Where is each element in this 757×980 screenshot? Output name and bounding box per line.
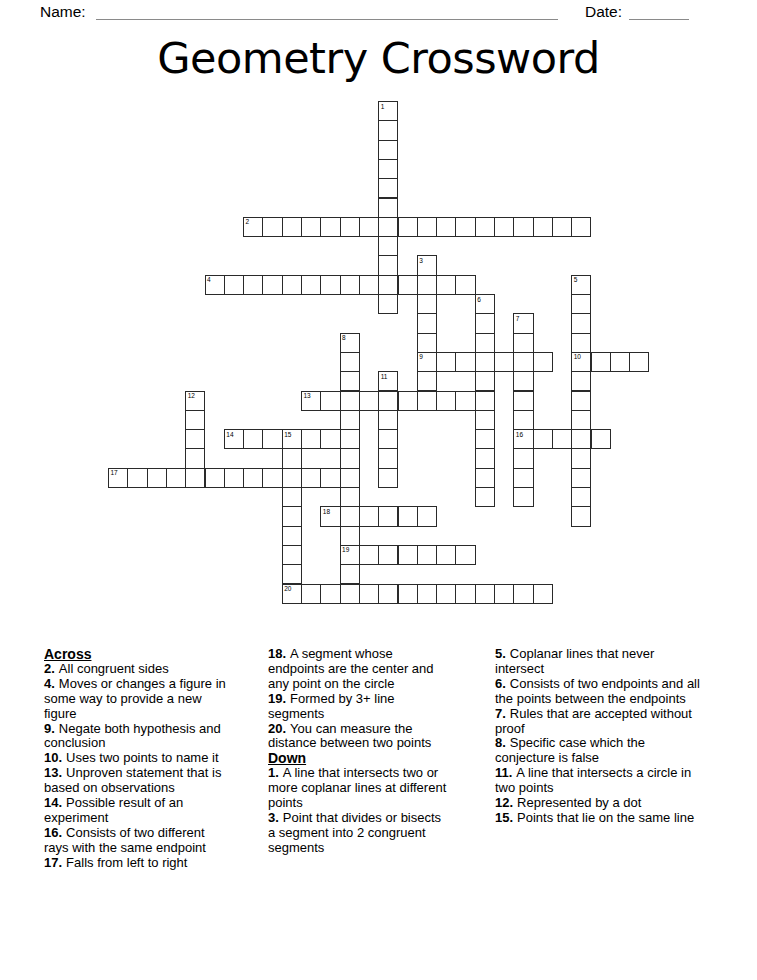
cell-number: 5 bbox=[574, 276, 578, 283]
grid-cell[interactable]: 2 bbox=[243, 217, 263, 237]
worksheet-page: Name: Date: Geometry Crossword 123456789… bbox=[0, 0, 757, 980]
grid-cell[interactable] bbox=[340, 391, 360, 411]
grid-cell[interactable] bbox=[417, 294, 437, 314]
cell-number: 6 bbox=[477, 296, 481, 303]
cell-number: 7 bbox=[516, 315, 520, 322]
grid-cell[interactable] bbox=[243, 429, 263, 449]
grid-cell[interactable] bbox=[262, 429, 282, 449]
grid-cell[interactable] bbox=[340, 410, 360, 430]
clue-number: 12. bbox=[495, 795, 513, 810]
grid-cell[interactable] bbox=[571, 313, 591, 333]
grid-cell[interactable]: 11 bbox=[378, 371, 398, 391]
grid-cell[interactable] bbox=[301, 429, 321, 449]
clue-6-down: 6.Consists of two endpoints and all the … bbox=[495, 677, 707, 707]
grid-cell[interactable] bbox=[571, 391, 591, 411]
clue-text: Point that divides or bisects a segment … bbox=[268, 810, 441, 855]
date-blank-line[interactable] bbox=[629, 4, 689, 20]
grid-cell[interactable] bbox=[359, 275, 379, 295]
clue-12-down: 12.Represented by a dot bbox=[495, 796, 707, 811]
grid-cell[interactable] bbox=[320, 584, 340, 604]
grid-cell[interactable] bbox=[513, 487, 533, 507]
grid-cell[interactable] bbox=[378, 506, 398, 526]
grid-cell[interactable] bbox=[398, 391, 418, 411]
grid-cell[interactable] bbox=[513, 352, 533, 372]
grid-cell[interactable] bbox=[475, 391, 495, 411]
grid-cell[interactable] bbox=[282, 506, 302, 526]
clue-17-across: 17.Falls from left to right bbox=[44, 856, 228, 871]
date-label: Date: bbox=[585, 3, 622, 21]
grid-cell[interactable] bbox=[359, 545, 379, 565]
grid-cell[interactable] bbox=[552, 429, 572, 449]
grid-cell[interactable] bbox=[436, 352, 456, 372]
clue-text: Moves or changes a figure in some way to… bbox=[44, 676, 226, 721]
cell-number: 13 bbox=[304, 392, 311, 399]
grid-cell[interactable]: 16 bbox=[513, 429, 533, 449]
clue-7-down: 7.Rules that are accepted without proof bbox=[495, 707, 707, 737]
cell-number: 14 bbox=[226, 431, 233, 438]
clue-text: You can measure the distance between two… bbox=[268, 721, 431, 751]
clue-number: 19. bbox=[268, 691, 286, 706]
grid-cell[interactable]: 6 bbox=[475, 294, 495, 314]
grid-cell[interactable] bbox=[262, 468, 282, 488]
grid-cell[interactable] bbox=[378, 159, 398, 179]
grid-cell[interactable] bbox=[475, 468, 495, 488]
grid-cell[interactable] bbox=[378, 410, 398, 430]
clue-number: 17. bbox=[44, 855, 62, 870]
grid-cell[interactable] bbox=[378, 255, 398, 275]
grid-cell[interactable] bbox=[127, 468, 147, 488]
grid-cell[interactable] bbox=[417, 584, 437, 604]
grid-cell[interactable] bbox=[320, 468, 340, 488]
grid-cell[interactable] bbox=[475, 313, 495, 333]
grid-cell[interactable] bbox=[475, 217, 495, 237]
grid-cell[interactable] bbox=[571, 333, 591, 353]
grid-cell[interactable] bbox=[436, 545, 456, 565]
clue-text: All congruent sides bbox=[59, 661, 169, 676]
grid-cell[interactable]: 1 bbox=[378, 101, 398, 121]
grid-cell[interactable] bbox=[282, 217, 302, 237]
grid-cell[interactable] bbox=[320, 217, 340, 237]
clues-column-3: 5.Coplanar lines that never intersect 6.… bbox=[495, 647, 707, 826]
grid-cell[interactable] bbox=[610, 352, 630, 372]
grid-cell[interactable] bbox=[417, 275, 437, 295]
grid-cell[interactable] bbox=[378, 468, 398, 488]
grid-cell[interactable] bbox=[436, 391, 456, 411]
grid-cell[interactable] bbox=[417, 545, 437, 565]
grid-cell[interactable] bbox=[436, 584, 456, 604]
clue-11-down: 11.A line that intersects a circle in tw… bbox=[495, 766, 707, 796]
grid-cell[interactable]: 12 bbox=[185, 391, 205, 411]
cell-number: 18 bbox=[323, 508, 330, 515]
grid-cell[interactable] bbox=[417, 506, 437, 526]
clue-text: Negate both hypothesis and conclusion bbox=[44, 721, 221, 751]
grid-cell[interactable] bbox=[378, 429, 398, 449]
clues-column-2: 18.A segment whose endpoints are the cen… bbox=[268, 647, 450, 856]
grid-cell[interactable]: 7 bbox=[513, 313, 533, 333]
grid-cell[interactable] bbox=[494, 217, 514, 237]
clue-number: 5. bbox=[495, 646, 506, 661]
grid-cell[interactable] bbox=[224, 275, 244, 295]
grid-cell[interactable] bbox=[417, 333, 437, 353]
clues-column-1: Across 2.All congruent sides 4.Moves or … bbox=[44, 647, 228, 871]
grid-cell[interactable] bbox=[378, 545, 398, 565]
across-header: Across bbox=[44, 647, 228, 662]
grid-cell[interactable]: 18 bbox=[320, 506, 340, 526]
grid-cell[interactable] bbox=[340, 371, 360, 391]
clue-number: 2. bbox=[44, 661, 55, 676]
cell-number: 11 bbox=[381, 373, 388, 380]
cell-number: 20 bbox=[284, 585, 291, 592]
clue-19-across: 19.Formed by 3+ line segments bbox=[268, 692, 450, 722]
grid-cell[interactable] bbox=[571, 410, 591, 430]
clue-3-down: 3.Point that divides or bisects a segmen… bbox=[268, 811, 450, 856]
grid-cell[interactable] bbox=[340, 468, 360, 488]
grid-cell[interactable] bbox=[378, 140, 398, 160]
grid-cell[interactable] bbox=[262, 275, 282, 295]
grid-cell[interactable] bbox=[591, 429, 611, 449]
grid-cell[interactable] bbox=[552, 217, 572, 237]
grid-cell[interactable] bbox=[455, 352, 475, 372]
grid-cell[interactable] bbox=[475, 352, 495, 372]
clue-10-across: 10.Uses two points to name it bbox=[44, 751, 228, 766]
grid-cell[interactable] bbox=[475, 448, 495, 468]
grid-cell[interactable] bbox=[301, 275, 321, 295]
grid-cell[interactable]: 3 bbox=[417, 255, 437, 275]
grid-cell[interactable]: 15 bbox=[282, 429, 302, 449]
grid-cell[interactable] bbox=[475, 333, 495, 353]
grid-cell[interactable]: 9 bbox=[417, 352, 437, 372]
clue-number: 7. bbox=[495, 706, 506, 721]
clue-text: A segment whose endpoints are the center… bbox=[268, 646, 434, 691]
grid-cell[interactable] bbox=[398, 506, 418, 526]
grid-cell[interactable] bbox=[571, 487, 591, 507]
grid-cell[interactable] bbox=[262, 217, 282, 237]
grid-cell[interactable] bbox=[185, 410, 205, 430]
clue-9-across: 9.Negate both hypothesis and conclusion bbox=[44, 722, 228, 752]
down-header: Down bbox=[268, 751, 450, 766]
grid-cell[interactable]: 14 bbox=[224, 429, 244, 449]
grid-cell[interactable]: 8 bbox=[340, 333, 360, 353]
grid-cell[interactable] bbox=[340, 352, 360, 372]
cell-number: 10 bbox=[574, 353, 581, 360]
grid-cell[interactable] bbox=[398, 584, 418, 604]
grid-cell[interactable] bbox=[359, 391, 379, 411]
grid-cell[interactable] bbox=[513, 371, 533, 391]
clue-number: 9. bbox=[44, 721, 55, 736]
grid-cell[interactable] bbox=[513, 468, 533, 488]
clue-18-across: 18.A segment whose endpoints are the cen… bbox=[268, 647, 450, 692]
cell-number: 12 bbox=[188, 392, 195, 399]
grid-cell[interactable] bbox=[147, 468, 167, 488]
clue-text: Consists of two different rays with the … bbox=[44, 825, 206, 855]
grid-cell[interactable] bbox=[340, 487, 360, 507]
clue-number: 15. bbox=[495, 810, 513, 825]
grid-cell[interactable] bbox=[282, 487, 302, 507]
grid-cell[interactable] bbox=[455, 391, 475, 411]
clue-8-down: 8.Specific case which the conjecture is … bbox=[495, 736, 707, 766]
clue-text: A line that intersects a circle in two p… bbox=[495, 765, 691, 795]
grid-cell[interactable] bbox=[571, 294, 591, 314]
grid-cell[interactable] bbox=[455, 545, 475, 565]
grid-cell[interactable]: 20 bbox=[282, 584, 302, 604]
grid-cell[interactable] bbox=[417, 371, 437, 391]
clue-5-down: 5.Coplanar lines that never intersect bbox=[495, 647, 707, 677]
grid-cell[interactable] bbox=[378, 275, 398, 295]
grid-cell[interactable] bbox=[513, 333, 533, 353]
grid-cell[interactable] bbox=[398, 545, 418, 565]
grid-cell[interactable] bbox=[301, 584, 321, 604]
clue-number: 16. bbox=[44, 825, 62, 840]
grid-cell[interactable] bbox=[340, 506, 360, 526]
crossword-grid: 1234567891011121314151617181920 bbox=[108, 101, 649, 604]
grid-cell[interactable] bbox=[378, 584, 398, 604]
grid-cell[interactable] bbox=[571, 448, 591, 468]
clue-text: Unproven statement that is based on obse… bbox=[44, 765, 221, 795]
grid-cell[interactable] bbox=[533, 217, 553, 237]
grid-cell[interactable] bbox=[282, 448, 302, 468]
grid-cell[interactable] bbox=[436, 275, 456, 295]
grid-cell[interactable] bbox=[340, 448, 360, 468]
grid-cell[interactable] bbox=[494, 352, 514, 372]
grid-cell[interactable] bbox=[378, 294, 398, 314]
clue-text: A line that intersects two or more copla… bbox=[268, 765, 446, 810]
clue-number: 14. bbox=[44, 795, 62, 810]
grid-cell[interactable] bbox=[243, 468, 263, 488]
grid-cell[interactable] bbox=[359, 584, 379, 604]
clue-number: 8. bbox=[495, 735, 506, 750]
cell-number: 3 bbox=[419, 257, 423, 264]
grid-cell[interactable] bbox=[571, 429, 591, 449]
page-title: Geometry Crossword bbox=[0, 33, 757, 83]
grid-cell[interactable] bbox=[513, 448, 533, 468]
grid-cell[interactable]: 17 bbox=[108, 468, 128, 488]
grid-cell[interactable] bbox=[513, 584, 533, 604]
grid-cell[interactable] bbox=[301, 217, 321, 237]
cell-number: 16 bbox=[516, 431, 523, 438]
grid-cell[interactable]: 10 bbox=[571, 352, 591, 372]
grid-cell[interactable] bbox=[455, 217, 475, 237]
grid-cell[interactable] bbox=[340, 217, 360, 237]
grid-cell[interactable]: 13 bbox=[301, 391, 321, 411]
grid-cell[interactable] bbox=[417, 217, 437, 237]
grid-cell[interactable]: 19 bbox=[340, 545, 360, 565]
clue-number: 3. bbox=[268, 810, 279, 825]
grid-cell[interactable] bbox=[340, 584, 360, 604]
grid-cell[interactable] bbox=[629, 352, 649, 372]
grid-cell[interactable] bbox=[513, 217, 533, 237]
grid-cell[interactable] bbox=[571, 468, 591, 488]
grid-cell[interactable] bbox=[243, 275, 263, 295]
clue-number: 18. bbox=[268, 646, 286, 661]
grid-cell[interactable] bbox=[533, 584, 553, 604]
cell-number: 17 bbox=[111, 469, 118, 476]
clue-4-across: 4.Moves or changes a figure in some way … bbox=[44, 677, 228, 722]
clue-text: Formed by 3+ line segments bbox=[268, 691, 395, 721]
grid-cell[interactable] bbox=[417, 313, 437, 333]
clue-text: Possible result of an experiment bbox=[44, 795, 183, 825]
clue-text: Coplanar lines that never intersect bbox=[495, 646, 654, 676]
grid-cell[interactable] bbox=[591, 352, 611, 372]
grid-cell[interactable] bbox=[282, 526, 302, 546]
clue-text: Falls from left to right bbox=[66, 855, 187, 870]
grid-cell[interactable] bbox=[166, 468, 186, 488]
grid-cell[interactable] bbox=[378, 217, 398, 237]
grid-cell[interactable] bbox=[417, 391, 437, 411]
cell-number: 2 bbox=[246, 218, 250, 225]
grid-cell[interactable] bbox=[378, 391, 398, 411]
clue-text: Specific case which the conjecture is fa… bbox=[495, 735, 645, 765]
grid-cell[interactable] bbox=[475, 584, 495, 604]
name-label: Name: bbox=[40, 3, 86, 21]
clue-number: 4. bbox=[44, 676, 55, 691]
grid-cell[interactable] bbox=[513, 410, 533, 430]
grid-cell[interactable] bbox=[378, 120, 398, 140]
grid-cell[interactable] bbox=[571, 371, 591, 391]
cell-number: 8 bbox=[342, 334, 346, 341]
grid-cell[interactable] bbox=[282, 564, 302, 584]
grid-cell[interactable] bbox=[513, 391, 533, 411]
cell-number: 19 bbox=[342, 546, 349, 553]
clue-number: 13. bbox=[44, 765, 62, 780]
grid-cell[interactable] bbox=[320, 275, 340, 295]
grid-cell[interactable] bbox=[475, 371, 495, 391]
clue-text: Uses two points to name it bbox=[66, 750, 218, 765]
clue-number: 1. bbox=[268, 765, 279, 780]
cell-number: 9 bbox=[419, 353, 423, 360]
cell-number: 4 bbox=[207, 276, 211, 283]
grid-cell[interactable] bbox=[224, 468, 244, 488]
grid-cell[interactable] bbox=[378, 198, 398, 218]
grid-cell[interactable] bbox=[340, 275, 360, 295]
grid-cell[interactable]: 4 bbox=[205, 275, 225, 295]
grid-cell[interactable]: 5 bbox=[571, 275, 591, 295]
grid-cell[interactable] bbox=[301, 468, 321, 488]
clue-13-across: 13.Unproven statement that is based on o… bbox=[44, 766, 228, 796]
grid-cell[interactable] bbox=[494, 584, 514, 604]
grid-cell[interactable] bbox=[359, 506, 379, 526]
clue-1-down: 1.A line that intersects two or more cop… bbox=[268, 766, 450, 811]
clue-number: 20. bbox=[268, 721, 286, 736]
grid-cell[interactable] bbox=[340, 526, 360, 546]
clue-15-down: 15.Points that lie on the same line bbox=[495, 811, 707, 826]
grid-cell[interactable] bbox=[533, 352, 553, 372]
grid-cell[interactable] bbox=[320, 391, 340, 411]
grid-cell[interactable] bbox=[185, 448, 205, 468]
grid-cell[interactable] bbox=[475, 429, 495, 449]
grid-cell[interactable] bbox=[359, 217, 379, 237]
name-blank-line[interactable] bbox=[96, 4, 558, 20]
grid-cell[interactable] bbox=[398, 275, 418, 295]
grid-cell[interactable] bbox=[455, 584, 475, 604]
grid-cell[interactable] bbox=[205, 468, 225, 488]
grid-cell[interactable] bbox=[378, 178, 398, 198]
grid-cell[interactable] bbox=[282, 275, 302, 295]
grid-cell[interactable] bbox=[320, 429, 340, 449]
clue-16-across: 16.Consists of two different rays with t… bbox=[44, 826, 228, 856]
clue-number: 10. bbox=[44, 750, 62, 765]
grid-cell[interactable] bbox=[571, 506, 591, 526]
grid-cell[interactable] bbox=[398, 217, 418, 237]
grid-cell[interactable] bbox=[340, 564, 360, 584]
grid-cell[interactable] bbox=[378, 236, 398, 256]
clue-2-across: 2.All congruent sides bbox=[44, 662, 228, 677]
grid-cell[interactable] bbox=[378, 448, 398, 468]
cell-number: 1 bbox=[381, 103, 385, 110]
grid-cell[interactable] bbox=[282, 545, 302, 565]
clue-text: Rules that are accepted without proof bbox=[495, 706, 692, 736]
grid-cell[interactable] bbox=[185, 429, 205, 449]
grid-cell[interactable] bbox=[185, 468, 205, 488]
clue-text: Represented by a dot bbox=[517, 795, 641, 810]
grid-cell[interactable] bbox=[436, 217, 456, 237]
grid-cell[interactable] bbox=[340, 429, 360, 449]
clue-text: Points that lie on the same line bbox=[517, 810, 694, 825]
grid-cell[interactable] bbox=[533, 429, 553, 449]
clue-14-across: 14.Possible result of an experiment bbox=[44, 796, 228, 826]
clue-number: 11. bbox=[495, 765, 512, 780]
grid-cell[interactable] bbox=[475, 487, 495, 507]
grid-cell[interactable] bbox=[571, 217, 591, 237]
grid-cell[interactable] bbox=[475, 410, 495, 430]
grid-cell[interactable] bbox=[455, 275, 475, 295]
clue-20-across: 20.You can measure the distance between … bbox=[268, 722, 450, 752]
cell-number: 15 bbox=[284, 431, 291, 438]
clue-number: 6. bbox=[495, 676, 506, 691]
clue-text: Consists of two endpoints and all the po… bbox=[495, 676, 700, 706]
grid-cell[interactable] bbox=[282, 468, 302, 488]
